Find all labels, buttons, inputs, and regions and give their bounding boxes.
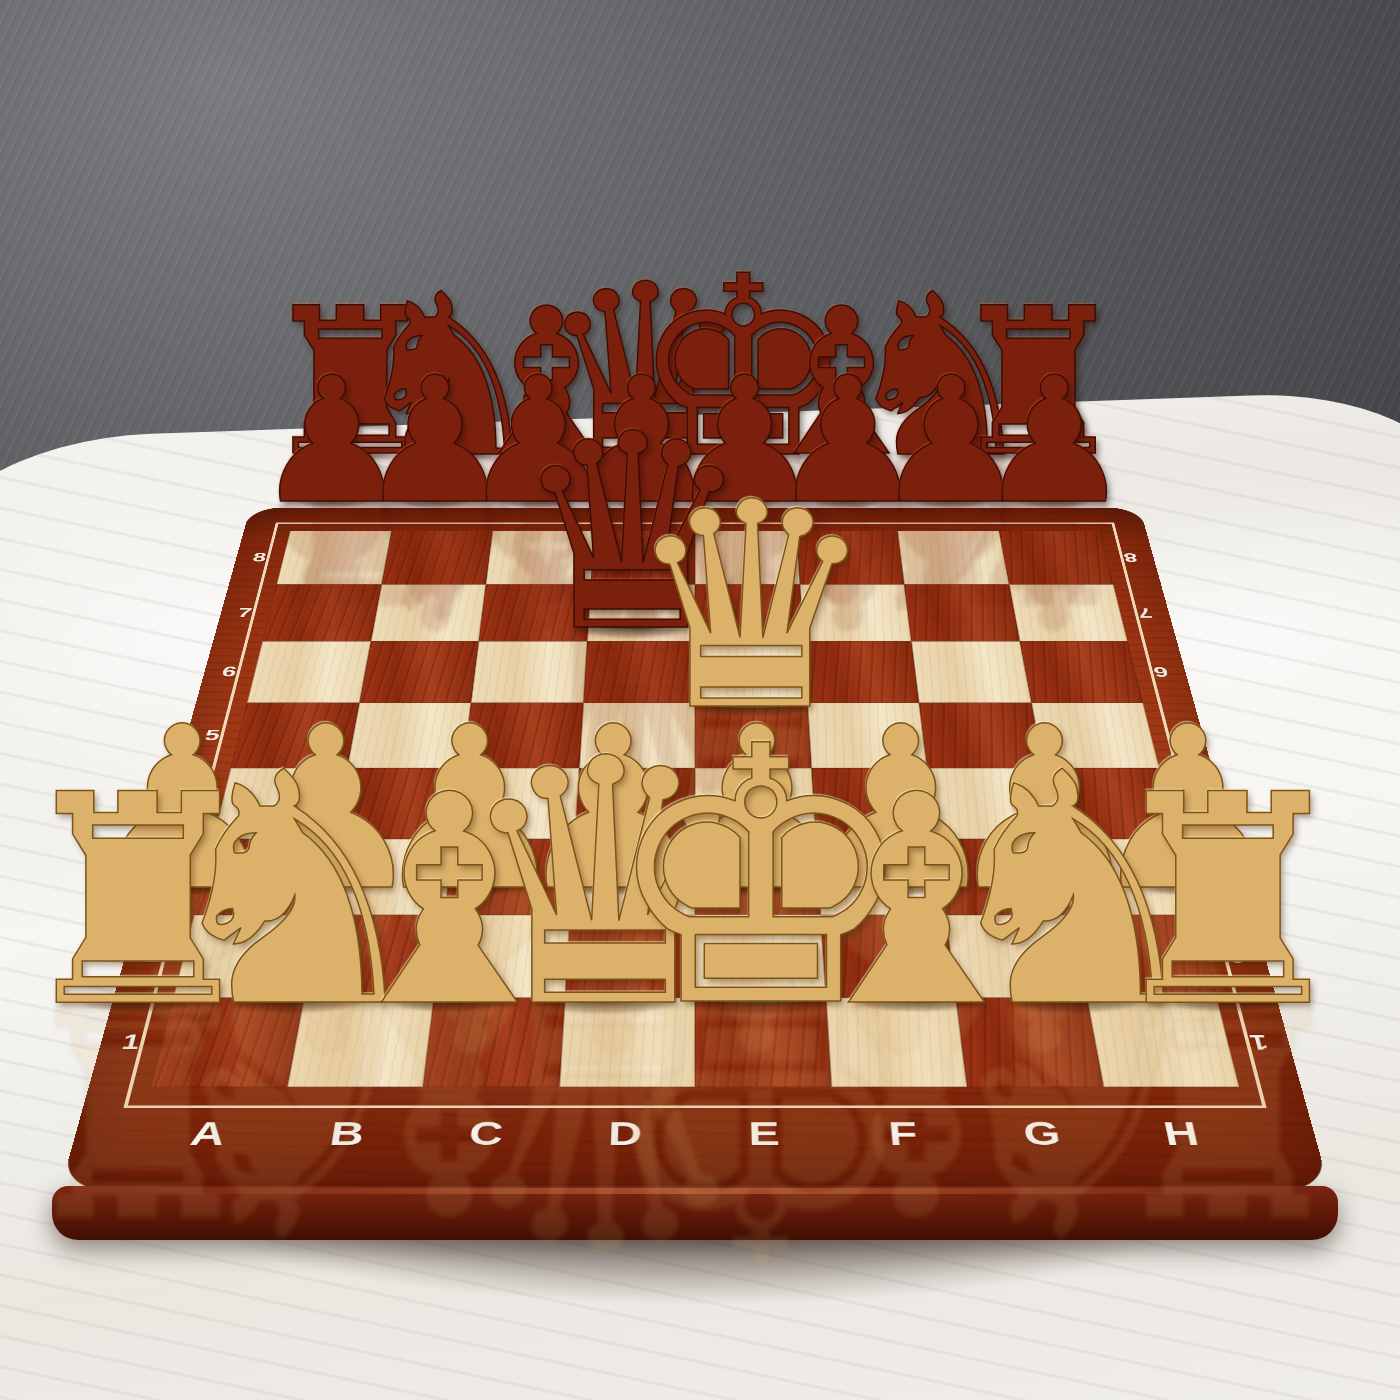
piece-black-pawn-h7[interactable]: ♟ <box>967 354 1141 528</box>
piece-white-rook-h1[interactable]: ♜ <box>1083 757 1373 1047</box>
photo-scene: ABCDEFGH1122334455667788 ♜♜♞♞♝♝♛♛♚♚♝♝♞♞♜… <box>0 0 1400 1400</box>
pieces-layer: ♜♜♞♞♝♝♛♛♚♚♝♝♞♞♜♜♟♟♟♟♟♟♟♟♟♟♟♟♟♟♟♟♛♛♛♛♟♟♟♟… <box>0 0 1400 1400</box>
